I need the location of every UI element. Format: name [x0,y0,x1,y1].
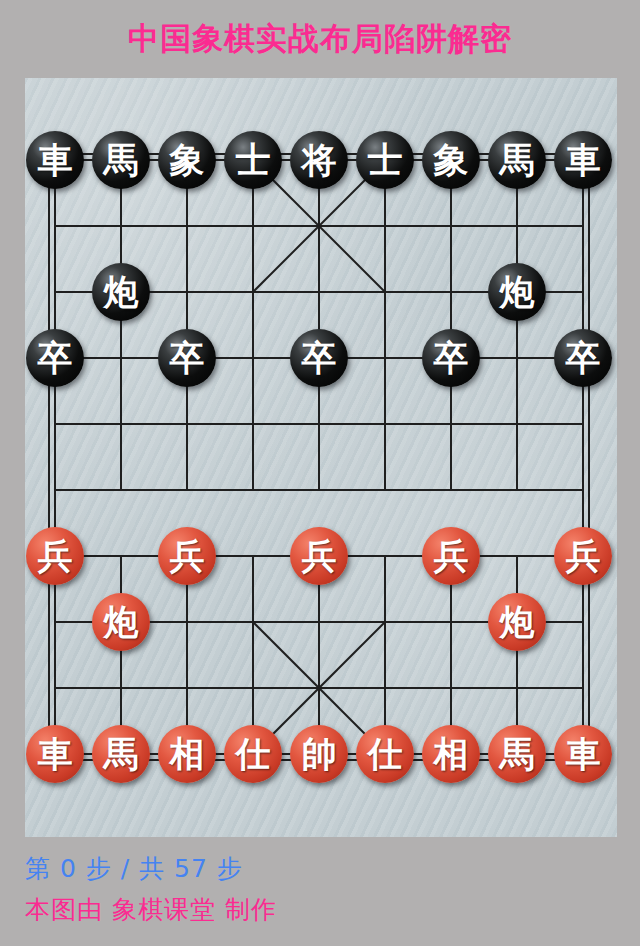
red-soldier[interactable]: 兵 [290,527,348,585]
red-general[interactable]: 帥 [290,725,348,783]
board-grid [25,78,617,837]
black-chariot[interactable]: 車 [26,131,84,189]
red-horse[interactable]: 馬 [92,725,150,783]
black-soldier[interactable]: 卒 [26,329,84,387]
black-soldier[interactable]: 卒 [158,329,216,387]
red-chariot[interactable]: 車 [26,725,84,783]
red-advisor[interactable]: 仕 [224,725,282,783]
black-elephant[interactable]: 象 [158,131,216,189]
black-advisor[interactable]: 士 [356,131,414,189]
move-counter: 第 0 步 / 共 57 步 [25,852,243,885]
red-soldier[interactable]: 兵 [158,527,216,585]
black-soldier[interactable]: 卒 [554,329,612,387]
red-cannon[interactable]: 炮 [488,593,546,651]
black-soldier[interactable]: 卒 [290,329,348,387]
black-horse[interactable]: 馬 [92,131,150,189]
black-elephant[interactable]: 象 [422,131,480,189]
red-chariot[interactable]: 車 [554,725,612,783]
red-soldier[interactable]: 兵 [554,527,612,585]
red-cannon[interactable]: 炮 [92,593,150,651]
black-soldier[interactable]: 卒 [422,329,480,387]
red-horse[interactable]: 馬 [488,725,546,783]
xiangqi-board: 車馬象士将士象馬車炮炮卒卒卒卒卒兵兵兵兵兵炮炮車馬相仕帥仕相馬車 [25,78,617,837]
black-advisor[interactable]: 士 [224,131,282,189]
red-elephant[interactable]: 相 [422,725,480,783]
black-cannon[interactable]: 炮 [92,263,150,321]
page-title: 中国象棋实战布局陷阱解密 [0,0,640,78]
black-horse[interactable]: 馬 [488,131,546,189]
red-advisor[interactable]: 仕 [356,725,414,783]
credit-text: 本图由 象棋课堂 制作 [25,893,277,926]
red-elephant[interactable]: 相 [158,725,216,783]
black-cannon[interactable]: 炮 [488,263,546,321]
black-chariot[interactable]: 車 [554,131,612,189]
red-soldier[interactable]: 兵 [26,527,84,585]
black-general[interactable]: 将 [290,131,348,189]
red-soldier[interactable]: 兵 [422,527,480,585]
